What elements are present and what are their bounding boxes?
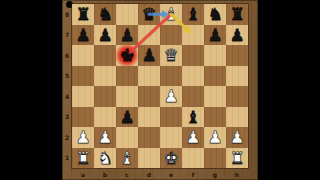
square-a5[interactable] (72, 66, 94, 87)
piece-black-bishop: ♝ (185, 4, 200, 25)
square-d3[interactable] (138, 107, 160, 128)
square-a3[interactable] (72, 107, 94, 128)
square-e6[interactable]: ♛ (160, 45, 182, 66)
square-h8[interactable]: ♜ (226, 4, 248, 25)
square-d2[interactable] (138, 127, 160, 148)
square-f5[interactable] (182, 66, 204, 87)
square-d5[interactable] (138, 66, 160, 87)
square-b2[interactable]: ♟ (94, 127, 116, 148)
square-c7[interactable]: ♟ (116, 25, 138, 46)
piece-black-pawn: ♟ (119, 107, 134, 128)
square-c8[interactable] (116, 4, 138, 25)
square-d4[interactable] (138, 86, 160, 107)
rank-label-5: 5 (62, 66, 72, 87)
square-c1[interactable]: ♝ (116, 148, 138, 169)
file-label-h: h (226, 168, 248, 180)
square-h6[interactable] (226, 45, 248, 66)
file-label-d: d (138, 168, 160, 180)
square-b1[interactable]: ♞ (94, 148, 116, 169)
piece-black-knight: ♞ (97, 4, 112, 25)
chess-board: ♜♞♛♝♝♞♜♟♟♟♟♟♚♟♛♟♟♝♟♟♟♟♟♜♞♝♚♜ (72, 4, 248, 168)
file-label-e: e (160, 168, 182, 180)
square-d1[interactable] (138, 148, 160, 169)
piece-black-queen: ♛ (141, 4, 156, 25)
rank-label-8: 8 (62, 4, 72, 25)
piece-white-pawn: ♟ (207, 127, 222, 148)
piece-white-pawn: ♟ (163, 86, 178, 107)
square-g1[interactable] (204, 148, 226, 169)
piece-black-king: ♚ (119, 45, 134, 66)
square-b5[interactable] (94, 66, 116, 87)
square-c4[interactable] (116, 86, 138, 107)
square-a6[interactable] (72, 45, 94, 66)
piece-white-pawn: ♟ (185, 127, 200, 148)
square-a2[interactable]: ♟ (72, 127, 94, 148)
piece-white-king: ♚ (163, 148, 178, 169)
file-label-c: c (116, 168, 138, 180)
square-b4[interactable] (94, 86, 116, 107)
rank-label-7: 7 (62, 25, 72, 46)
square-d6[interactable]: ♟ (138, 45, 160, 66)
piece-black-pawn: ♟ (119, 25, 134, 46)
square-a8[interactable]: ♜ (72, 4, 94, 25)
piece-black-pawn: ♟ (75, 25, 90, 46)
rank-label-6: 6 (62, 45, 72, 66)
square-e2[interactable] (160, 127, 182, 148)
square-d8[interactable]: ♛ (138, 4, 160, 25)
square-h5[interactable] (226, 66, 248, 87)
piece-black-rook: ♜ (229, 4, 244, 25)
rank-label-1: 1 (62, 148, 72, 169)
piece-black-pawn: ♟ (207, 25, 222, 46)
square-c6[interactable]: ♚ (116, 45, 138, 66)
rank-label-2: 2 (62, 127, 72, 148)
square-d7[interactable] (138, 25, 160, 46)
square-e7[interactable] (160, 25, 182, 46)
square-e5[interactable] (160, 66, 182, 87)
rank-label-3: 3 (62, 107, 72, 128)
piece-white-queen: ♛ (163, 45, 178, 66)
file-label-b: b (94, 168, 116, 180)
board-wrap: ♜♞♛♝♝♞♜♟♟♟♟♟♚♟♛♟♟♝♟♟♟♟♟♜♞♝♚♜ (72, 4, 248, 168)
square-h1[interactable]: ♜ (226, 148, 248, 169)
square-c3[interactable]: ♟ (116, 107, 138, 128)
rank-label-4: 4 (62, 86, 72, 107)
piece-black-bishop: ♝ (185, 107, 200, 128)
square-g2[interactable]: ♟ (204, 127, 226, 148)
piece-white-pawn: ♟ (229, 127, 244, 148)
square-a4[interactable] (72, 86, 94, 107)
square-f7[interactable] (182, 25, 204, 46)
square-a1[interactable]: ♜ (72, 148, 94, 169)
square-f6[interactable] (182, 45, 204, 66)
square-h7[interactable]: ♟ (226, 25, 248, 46)
square-g5[interactable] (204, 66, 226, 87)
piece-black-rook: ♜ (75, 4, 90, 25)
square-g7[interactable]: ♟ (204, 25, 226, 46)
square-g8[interactable]: ♞ (204, 4, 226, 25)
square-h2[interactable]: ♟ (226, 127, 248, 148)
square-g6[interactable] (204, 45, 226, 66)
piece-white-pawn: ♟ (97, 127, 112, 148)
square-c5[interactable] (116, 66, 138, 87)
file-label-g: g (204, 168, 226, 180)
square-b6[interactable] (94, 45, 116, 66)
square-e3[interactable] (160, 107, 182, 128)
square-a7[interactable]: ♟ (72, 25, 94, 46)
chess-app-screen: 87654321 ♜♞♛♝♝♞♜♟♟♟♟♟♚♟♛♟♟♝♟♟♟♟♟♜♞♝♚♜ ab… (0, 0, 320, 180)
piece-white-rook: ♜ (229, 148, 244, 169)
square-h4[interactable] (226, 86, 248, 107)
square-g4[interactable] (204, 86, 226, 107)
piece-white-knight: ♞ (97, 148, 112, 169)
file-labels: abcdefgh (72, 168, 248, 180)
square-f4[interactable] (182, 86, 204, 107)
piece-black-pawn: ♟ (97, 25, 112, 46)
square-b7[interactable]: ♟ (94, 25, 116, 46)
piece-white-bishop: ♝ (119, 148, 134, 169)
piece-black-knight: ♞ (207, 4, 222, 25)
piece-black-pawn: ♟ (141, 45, 156, 66)
square-b8[interactable]: ♞ (94, 4, 116, 25)
piece-white-pawn: ♟ (75, 127, 90, 148)
square-c2[interactable] (116, 127, 138, 148)
square-e4[interactable]: ♟ (160, 86, 182, 107)
square-b3[interactable] (94, 107, 116, 128)
square-e8[interactable]: ♝ (160, 4, 182, 25)
piece-black-pawn: ♟ (229, 25, 244, 46)
square-e1[interactable]: ♚ (160, 148, 182, 169)
file-label-a: a (72, 168, 94, 180)
square-h3[interactable] (226, 107, 248, 128)
square-g3[interactable] (204, 107, 226, 128)
rank-labels: 87654321 (62, 4, 72, 168)
square-f1[interactable] (182, 148, 204, 169)
square-f2[interactable]: ♟ (182, 127, 204, 148)
file-label-f: f (182, 168, 204, 180)
square-f3[interactable]: ♝ (182, 107, 204, 128)
piece-white-rook: ♜ (75, 148, 90, 169)
square-f8[interactable]: ♝ (182, 4, 204, 25)
piece-white-bishop: ♝ (163, 4, 178, 25)
